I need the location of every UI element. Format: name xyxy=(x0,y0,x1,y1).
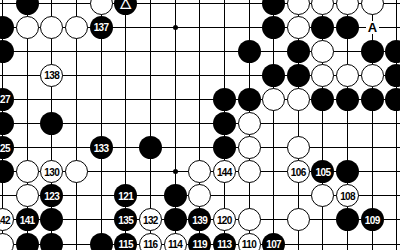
black-stone[interactable] xyxy=(336,208,359,231)
white-stone-move-132[interactable]: 132 xyxy=(139,208,162,231)
white-stone[interactable] xyxy=(311,40,334,63)
white-stone[interactable] xyxy=(16,16,39,39)
black-stone[interactable] xyxy=(385,40,400,63)
grid-line-vertical xyxy=(396,0,397,250)
black-stone[interactable] xyxy=(336,160,359,183)
move-number: 119 xyxy=(193,240,207,250)
white-stone[interactable] xyxy=(311,0,334,15)
black-stone-move-107[interactable]: 107 xyxy=(262,233,285,250)
white-stone[interactable] xyxy=(238,136,261,159)
triangle-marker-icon: △ xyxy=(120,0,131,9)
black-stone-move-121[interactable]: 121 xyxy=(114,184,137,207)
black-stone-move-137[interactable]: 137 xyxy=(90,16,113,39)
move-number: 107 xyxy=(266,240,281,250)
move-number: 144 xyxy=(217,167,232,177)
black-stone-triangle-marked[interactable]: △ xyxy=(114,0,137,15)
black-stone[interactable] xyxy=(164,208,187,231)
go-board[interactable]: △137138127125133130144106105123121108142… xyxy=(0,0,400,250)
move-number: 125 xyxy=(0,143,10,153)
white-stone[interactable] xyxy=(238,208,261,231)
black-stone[interactable] xyxy=(287,64,310,87)
black-stone[interactable] xyxy=(0,16,14,39)
star-point xyxy=(173,169,178,174)
move-number: 137 xyxy=(94,23,109,33)
black-stone-move-115[interactable]: 115 xyxy=(114,233,137,250)
white-stone-move-114[interactable]: 114 xyxy=(164,233,187,250)
black-stone[interactable] xyxy=(361,88,384,111)
move-number: 105 xyxy=(315,167,330,177)
black-stone[interactable] xyxy=(40,233,63,250)
black-stone[interactable] xyxy=(238,88,261,111)
black-stone[interactable] xyxy=(16,0,39,15)
black-stone-move-119[interactable]: 119 xyxy=(188,233,211,250)
black-stone-move-113[interactable]: 113 xyxy=(213,233,236,250)
black-stone[interactable] xyxy=(311,88,334,111)
white-stone[interactable] xyxy=(361,0,384,15)
white-stone[interactable] xyxy=(262,88,285,111)
white-stone[interactable] xyxy=(287,136,310,159)
white-stone[interactable] xyxy=(287,0,310,15)
move-number: 120 xyxy=(217,215,232,225)
white-stone-move-106[interactable]: 106 xyxy=(287,160,310,183)
black-stone[interactable] xyxy=(262,0,285,15)
white-stone[interactable] xyxy=(336,64,359,87)
black-stone[interactable] xyxy=(385,88,400,111)
black-stone-move-127[interactable]: 127 xyxy=(0,88,14,111)
black-stone-move-139[interactable]: 139 xyxy=(188,208,211,231)
black-stone[interactable] xyxy=(385,64,400,87)
white-stone-move-144[interactable]: 144 xyxy=(213,160,236,183)
white-stone[interactable] xyxy=(16,184,39,207)
white-stone[interactable] xyxy=(0,233,14,250)
black-stone[interactable] xyxy=(0,112,14,135)
black-stone-move-123[interactable]: 123 xyxy=(40,184,63,207)
white-stone[interactable] xyxy=(16,160,39,183)
black-stone[interactable] xyxy=(40,112,63,135)
white-stone[interactable] xyxy=(336,0,359,15)
white-stone[interactable] xyxy=(287,16,310,39)
white-stone[interactable] xyxy=(65,16,88,39)
white-stone[interactable] xyxy=(311,184,334,207)
black-stone[interactable] xyxy=(262,64,285,87)
black-stone[interactable] xyxy=(262,16,285,39)
black-stone[interactable] xyxy=(311,16,334,39)
black-stone[interactable] xyxy=(336,88,359,111)
white-stone-move-142[interactable]: 142 xyxy=(0,208,14,231)
white-stone[interactable] xyxy=(361,64,384,87)
white-stone[interactable] xyxy=(311,64,334,87)
white-stone-move-110[interactable]: 110 xyxy=(238,233,261,250)
point-label-A: A xyxy=(366,21,379,34)
move-number: 123 xyxy=(44,191,59,201)
black-stone[interactable] xyxy=(287,40,310,63)
white-stone-move-120[interactable]: 120 xyxy=(213,208,236,231)
star-point xyxy=(173,25,178,30)
black-stone[interactable] xyxy=(164,184,187,207)
white-stone-move-130[interactable]: 130 xyxy=(40,160,63,183)
black-stone[interactable] xyxy=(139,136,162,159)
black-stone[interactable] xyxy=(361,40,384,63)
black-stone-move-133[interactable]: 133 xyxy=(90,136,113,159)
move-number: 130 xyxy=(44,167,59,177)
move-number: 132 xyxy=(143,215,158,225)
move-number: 115 xyxy=(119,240,133,250)
white-stone[interactable] xyxy=(188,184,211,207)
move-number: 114 xyxy=(168,240,182,250)
black-stone[interactable] xyxy=(336,16,359,39)
move-number: 141 xyxy=(20,215,35,225)
move-number: 121 xyxy=(118,191,133,201)
white-stone[interactable] xyxy=(238,160,261,183)
move-number: 139 xyxy=(192,215,207,225)
black-stone[interactable] xyxy=(238,40,261,63)
move-number: 133 xyxy=(94,143,109,153)
black-stone[interactable] xyxy=(16,233,39,250)
black-stone-move-125[interactable]: 125 xyxy=(0,136,14,159)
white-stone[interactable] xyxy=(238,112,261,135)
white-stone[interactable] xyxy=(188,160,211,183)
grid-line-horizontal xyxy=(0,147,400,148)
move-number: 106 xyxy=(291,167,306,177)
move-number: 116 xyxy=(143,240,157,250)
white-stone[interactable] xyxy=(287,208,310,231)
black-stone-move-105[interactable]: 105 xyxy=(311,160,334,183)
black-stone[interactable] xyxy=(0,40,14,63)
white-stone[interactable] xyxy=(40,16,63,39)
black-stone[interactable] xyxy=(0,160,14,183)
black-stone[interactable] xyxy=(90,233,113,250)
move-number: 127 xyxy=(0,95,10,105)
move-number: 142 xyxy=(0,215,10,225)
white-stone-move-108[interactable]: 108 xyxy=(336,184,359,207)
move-number: 109 xyxy=(365,215,380,225)
black-stone-move-109[interactable]: 109 xyxy=(361,208,384,231)
black-stone[interactable] xyxy=(213,88,236,111)
black-stone[interactable] xyxy=(213,112,236,135)
black-stone-move-135[interactable]: 135 xyxy=(114,208,137,231)
white-stone[interactable] xyxy=(287,88,310,111)
move-number: 108 xyxy=(340,191,355,201)
black-stone-move-141[interactable]: 141 xyxy=(16,208,39,231)
move-number: 135 xyxy=(118,215,133,225)
grid-line-horizontal xyxy=(0,51,400,52)
black-stone[interactable] xyxy=(40,208,63,231)
white-stone-move-138[interactable]: 138 xyxy=(40,64,63,87)
black-stone[interactable] xyxy=(213,136,236,159)
white-stone-move-116[interactable]: 116 xyxy=(139,233,162,250)
move-number: 110 xyxy=(242,240,256,250)
white-stone[interactable] xyxy=(90,0,113,15)
move-number: 138 xyxy=(44,71,59,81)
white-stone[interactable] xyxy=(65,160,88,183)
move-number: 113 xyxy=(217,240,231,250)
